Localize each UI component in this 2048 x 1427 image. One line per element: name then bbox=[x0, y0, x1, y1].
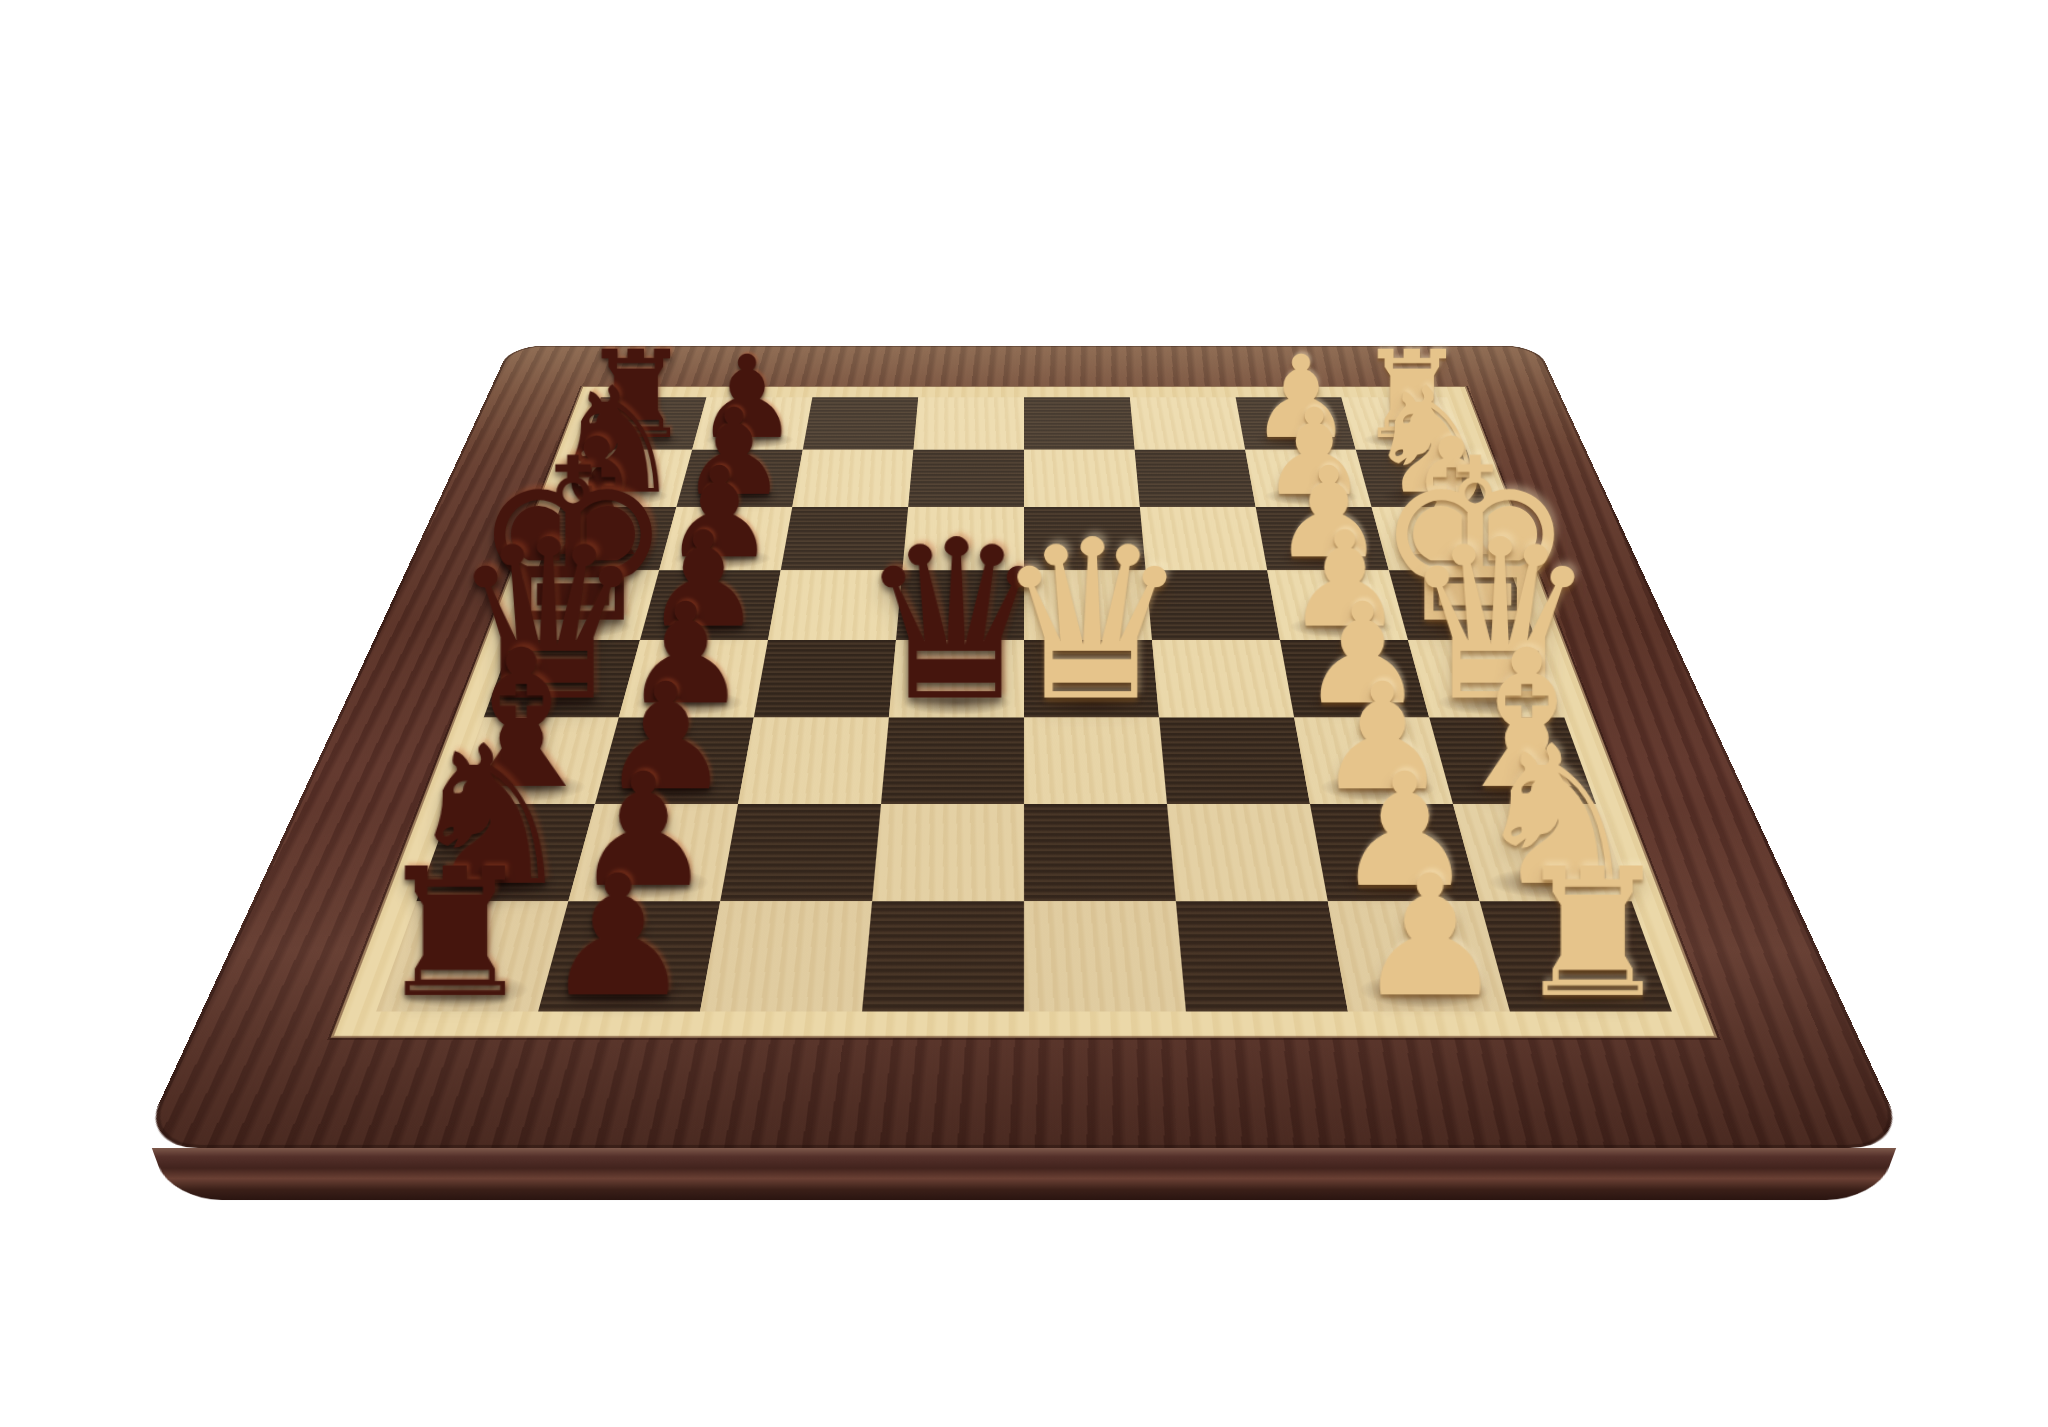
square-b5[interactable] bbox=[872, 804, 1024, 901]
square-a4[interactable] bbox=[1024, 901, 1186, 1011]
piece-white-pawn[interactable]: ♟ bbox=[1355, 858, 1505, 1017]
square-a3[interactable] bbox=[1176, 901, 1348, 1011]
square-a6[interactable] bbox=[700, 901, 872, 1011]
square-c5[interactable] bbox=[881, 717, 1024, 804]
square-b3[interactable] bbox=[1167, 804, 1328, 901]
piece-white-rook[interactable]: ♜ bbox=[1513, 849, 1672, 1018]
square-c4[interactable] bbox=[1024, 717, 1167, 804]
piece-white-queen[interactable]: ♛ bbox=[993, 517, 1191, 727]
square-b6[interactable] bbox=[720, 804, 881, 901]
square-b4[interactable] bbox=[1024, 804, 1176, 901]
chess-board: ♜♜♟♟♟♟♜♜♞♞♟♟♟♟♞♞♝♝♟♟♟♟♝♝♚♚♟♟♟♟♚♚♛♛♟♟♛♛♛♛… bbox=[138, 346, 1910, 1149]
square-h5[interactable] bbox=[913, 397, 1024, 449]
square-a5[interactable] bbox=[862, 901, 1024, 1011]
square-h4[interactable] bbox=[1024, 397, 1135, 449]
board-maple-border: ♜♜♟♟♟♟♜♜♞♞♟♟♟♟♞♞♝♝♟♟♟♟♝♝♚♚♟♟♟♟♚♚♛♛♟♟♛♛♛♛… bbox=[331, 386, 1718, 1037]
square-a8[interactable]: ♜♜ bbox=[376, 901, 568, 1011]
piece-black-rook[interactable]: ♜ bbox=[376, 849, 535, 1018]
square-c6[interactable] bbox=[738, 717, 889, 804]
board-near-edge-face bbox=[152, 1148, 1896, 1200]
piece-black-pawn[interactable]: ♟ bbox=[543, 858, 693, 1017]
square-a2[interactable]: ♟♟ bbox=[1328, 901, 1510, 1011]
product-photo-page: ♜♜♟♟♟♟♜♜♞♞♟♟♟♟♞♞♝♝♟♟♟♟♝♝♚♚♟♟♟♟♚♚♛♛♟♟♛♛♛♛… bbox=[0, 0, 2048, 1427]
square-d4[interactable]: ♛♛ bbox=[1024, 640, 1159, 717]
square-a1[interactable]: ♜♜ bbox=[1480, 901, 1672, 1011]
square-c3[interactable] bbox=[1159, 717, 1310, 804]
square-h3[interactable] bbox=[1130, 397, 1245, 449]
square-h6[interactable] bbox=[803, 397, 918, 449]
product-photo-scene: ♜♜♟♟♟♟♜♜♞♞♟♟♟♟♞♞♝♝♟♟♟♟♝♝♚♚♟♟♟♟♚♚♛♛♟♟♛♛♛♛… bbox=[0, 0, 2048, 1427]
square-a7[interactable]: ♟♟ bbox=[538, 901, 720, 1011]
board-grid: ♜♜♟♟♟♟♜♜♞♞♟♟♟♟♞♞♝♝♟♟♟♟♝♝♚♚♟♟♟♟♚♚♛♛♟♟♛♛♛♛… bbox=[376, 397, 1672, 1011]
